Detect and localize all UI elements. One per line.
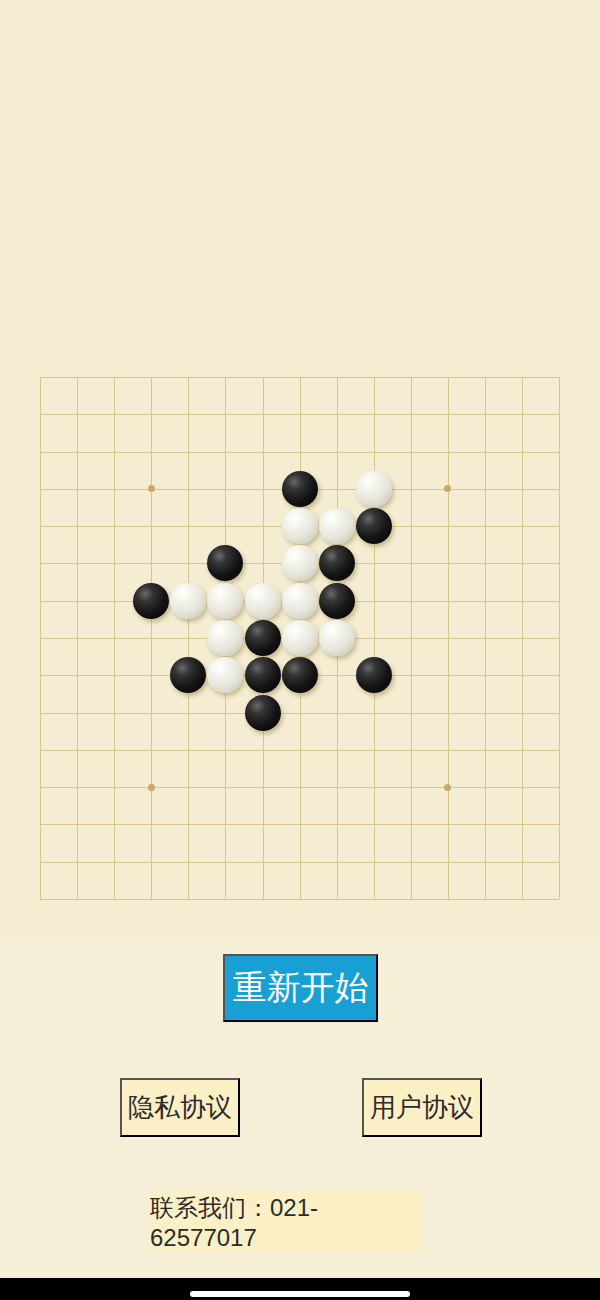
restart-button[interactable]: 重新开始	[223, 954, 378, 1022]
black-stone	[245, 657, 281, 693]
grid-line-horizontal	[40, 713, 559, 714]
grid-line-vertical	[411, 377, 412, 899]
black-stone	[170, 657, 206, 693]
black-stone	[356, 657, 392, 693]
grid-line-vertical	[559, 377, 560, 899]
top-empty-area	[0, 0, 600, 341]
white-stone	[207, 657, 243, 693]
white-stone	[207, 583, 243, 619]
star-point	[444, 485, 451, 492]
black-stone	[245, 620, 281, 656]
white-stone	[282, 583, 318, 619]
white-stone	[356, 471, 392, 507]
black-stone	[245, 695, 281, 731]
grid-line-vertical	[522, 377, 523, 899]
black-stone	[207, 545, 243, 581]
privacy-agreement-button[interactable]: 隐私协议	[120, 1078, 240, 1137]
user-agreement-button[interactable]: 用户协议	[362, 1078, 482, 1137]
black-stone	[319, 545, 355, 581]
white-stone	[170, 583, 206, 619]
star-point	[444, 784, 451, 791]
contact-info: 联系我们：021-62577017	[150, 1192, 422, 1252]
white-stone	[245, 583, 281, 619]
grid-line-horizontal	[40, 824, 559, 825]
home-indicator-handle[interactable]	[190, 1291, 410, 1297]
grid-line-vertical	[448, 377, 449, 899]
black-stone	[282, 657, 318, 693]
star-point	[148, 784, 155, 791]
white-stone	[207, 620, 243, 656]
white-stone	[282, 545, 318, 581]
grid-line-vertical	[485, 377, 486, 899]
white-stone	[282, 508, 318, 544]
black-stone	[356, 508, 392, 544]
grid-line-horizontal	[40, 750, 559, 751]
black-stone	[133, 583, 169, 619]
black-stone	[319, 583, 355, 619]
grid-line-vertical	[374, 377, 375, 899]
home-bar	[0, 1278, 600, 1300]
black-stone	[282, 471, 318, 507]
white-stone	[319, 508, 355, 544]
grid-line-horizontal	[40, 787, 559, 788]
white-stone	[282, 620, 318, 656]
grid-line-horizontal	[40, 862, 559, 863]
star-point	[148, 485, 155, 492]
grid-line-horizontal	[40, 899, 559, 900]
white-stone	[319, 620, 355, 656]
